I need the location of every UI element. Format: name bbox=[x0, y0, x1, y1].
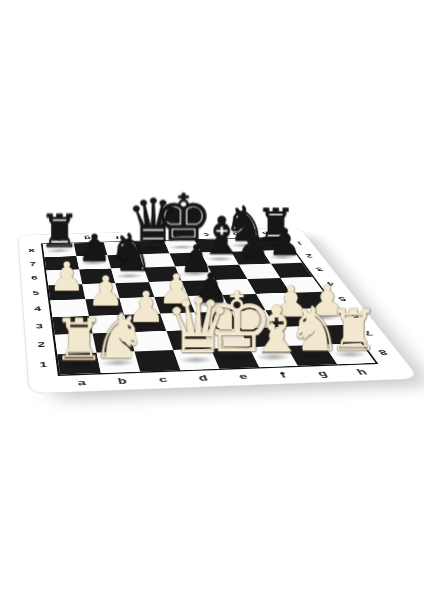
coordinate-label-3: 3 bbox=[24, 317, 55, 336]
black-rook-a8: ♜ bbox=[39, 208, 80, 253]
coordinate-label-c: c bbox=[140, 370, 186, 389]
white-rook-a1: ♜ bbox=[53, 312, 105, 370]
coordinate-label-5: 5 bbox=[22, 285, 50, 301]
square-a5: ♟ bbox=[48, 284, 85, 301]
coordinate-label-a: a bbox=[60, 373, 104, 392]
white-queen-d1: ♛ bbox=[164, 289, 232, 365]
coordinate-label-7: 7 bbox=[20, 257, 47, 271]
coordinate-label-g: g bbox=[298, 364, 348, 382]
square-d1: ♛ bbox=[173, 348, 220, 370]
black-pawn-h7: ♟ bbox=[268, 224, 301, 261]
coordinate-label-6: 6 bbox=[21, 270, 48, 285]
coordinate-label-4: 4 bbox=[23, 300, 52, 318]
white-pawn-a5: ♟ bbox=[49, 257, 85, 297]
square-a1: ♜ bbox=[57, 353, 100, 375]
perspective-wrapper: abcdefgh abcdefgh 12345678 12345678 ♜♛♚♞… bbox=[0, 0, 424, 600]
chess-board: ♜♛♚♞♜♟♝♟♟♞♟♟♟♟♟♟♟♟♜♞♛♚♝♞♜ bbox=[43, 237, 376, 374]
vinyl-chess-mat: abcdefgh abcdefgh 12345678 12345678 ♜♛♚♞… bbox=[17, 227, 420, 394]
product-photo-chess-set: abcdefgh abcdefgh 12345678 12345678 ♜♛♚♞… bbox=[0, 0, 424, 600]
coordinate-label-b: b bbox=[100, 372, 145, 391]
coordinate-label-d: d bbox=[180, 369, 227, 388]
